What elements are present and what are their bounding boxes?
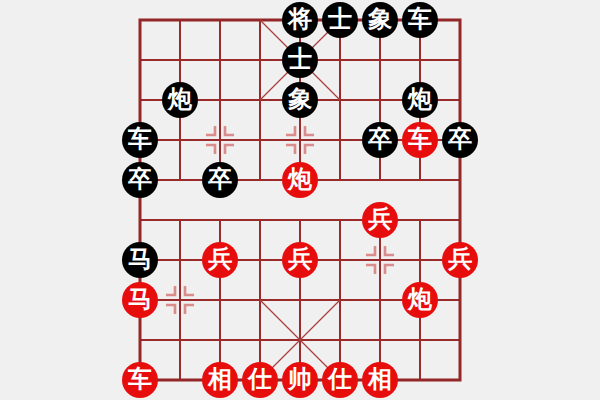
piece-glyph: 仕: [248, 367, 272, 391]
piece-black-soldier[interactable]: 卒: [442, 122, 478, 158]
board-point-r8c8[interactable]: [440, 320, 480, 360]
board-point-r0c4[interactable]: 将: [280, 0, 320, 40]
piece-glyph: 相: [368, 367, 392, 391]
piece-black-elephant[interactable]: 象: [282, 82, 318, 118]
board-point-r3c7[interactable]: 车: [400, 120, 440, 160]
board-point-r2c7[interactable]: 炮: [400, 80, 440, 120]
piece-red-elephant[interactable]: 相: [202, 362, 238, 398]
board-point-r8c7[interactable]: [400, 320, 440, 360]
piece-glyph: 炮: [408, 87, 432, 111]
board-point-r7c5[interactable]: [320, 280, 360, 320]
piece-glyph: 卒: [208, 167, 232, 191]
piece-glyph: 兵: [368, 207, 392, 231]
board-point-r3c5[interactable]: [320, 120, 360, 160]
piece-glyph: 马: [128, 287, 152, 311]
piece-glyph: 车: [408, 7, 432, 31]
board-point-r7c3[interactable]: [240, 280, 280, 320]
piece-black-chariot[interactable]: 车: [122, 122, 158, 158]
board-point-r7c7[interactable]: 炮: [400, 280, 440, 320]
board-point-r1c8[interactable]: [440, 40, 480, 80]
board-point-r6c5[interactable]: [320, 240, 360, 280]
piece-red-soldier[interactable]: 兵: [362, 202, 398, 238]
board-point-r4c5[interactable]: [320, 160, 360, 200]
piece-black-advisor[interactable]: 士: [322, 2, 358, 38]
board-point-r2c5[interactable]: [320, 80, 360, 120]
piece-red-soldier[interactable]: 兵: [442, 242, 478, 278]
piece-red-chariot[interactable]: 车: [122, 362, 158, 398]
board-point-r5c2[interactable]: [200, 200, 240, 240]
piece-black-cannon[interactable]: 炮: [402, 82, 438, 118]
board-point-r9c6[interactable]: 相: [360, 360, 400, 400]
board-point-r1c7[interactable]: [400, 40, 440, 80]
piece-black-soldier[interactable]: 卒: [202, 162, 238, 198]
piece-glyph: 卒: [128, 167, 152, 191]
piece-glyph: 士: [288, 47, 312, 71]
board-point-r2c2[interactable]: [200, 80, 240, 120]
piece-red-chariot[interactable]: 车: [402, 122, 438, 158]
board-point-r2c1[interactable]: 炮: [160, 80, 200, 120]
piece-black-soldier[interactable]: 卒: [122, 162, 158, 198]
board-point-r3c2[interactable]: [200, 120, 240, 160]
piece-black-horse[interactable]: 马: [122, 242, 158, 278]
xiangqi-board: 将士象车士炮象炮车卒车卒卒卒炮兵马兵兵兵马炮车相仕帅仕相: [120, 0, 480, 400]
piece-glyph: 卒: [448, 127, 472, 151]
board-point-r0c7[interactable]: 车: [400, 0, 440, 40]
board-point-r5c7[interactable]: [400, 200, 440, 240]
piece-glyph: 马: [128, 247, 152, 271]
piece-glyph: 仕: [328, 367, 352, 391]
piece-red-horse[interactable]: 马: [122, 282, 158, 318]
board-point-r5c8[interactable]: [440, 200, 480, 240]
board-point-r4c6[interactable]: [360, 160, 400, 200]
board-point-r0c2[interactable]: [200, 0, 240, 40]
board-point-r9c7[interactable]: [400, 360, 440, 400]
board-point-r3c3[interactable]: [240, 120, 280, 160]
board-point-r9c5[interactable]: 仕: [320, 360, 360, 400]
piece-glyph: 炮: [288, 167, 312, 191]
board-point-r3c0[interactable]: 车: [120, 120, 160, 160]
piece-red-cannon[interactable]: 炮: [402, 282, 438, 318]
board-point-r9c1[interactable]: [160, 360, 200, 400]
board-point-r9c2[interactable]: 相: [200, 360, 240, 400]
board-point-r7c1[interactable]: [160, 280, 200, 320]
board-point-r2c3[interactable]: [240, 80, 280, 120]
board-point-r6c3[interactable]: [240, 240, 280, 280]
board-point-r6c1[interactable]: [160, 240, 200, 280]
board-point-r0c1[interactable]: [160, 0, 200, 40]
board-point-r7c2[interactable]: [200, 280, 240, 320]
piece-glyph: 兵: [288, 247, 312, 271]
board-point-r3c4[interactable]: [280, 120, 320, 160]
piece-glyph: 相: [208, 367, 232, 391]
board-point-r2c6[interactable]: [360, 80, 400, 120]
piece-black-cannon[interactable]: 炮: [162, 82, 198, 118]
board-point-r6c6[interactable]: [360, 240, 400, 280]
board-point-r4c7[interactable]: [400, 160, 440, 200]
board-point-r1c4[interactable]: 士: [280, 40, 320, 80]
board-point-r8c6[interactable]: [360, 320, 400, 360]
board-point-r4c3[interactable]: [240, 160, 280, 200]
board-point-r4c0[interactable]: 卒: [120, 160, 160, 200]
piece-red-cannon[interactable]: 炮: [282, 162, 318, 198]
board-point-r0c8[interactable]: [440, 0, 480, 40]
board-point-r3c8[interactable]: 卒: [440, 120, 480, 160]
board-point-r8c3[interactable]: [240, 320, 280, 360]
board-point-r1c6[interactable]: [360, 40, 400, 80]
board-point-r8c2[interactable]: [200, 320, 240, 360]
board-point-r6c7[interactable]: [400, 240, 440, 280]
board-point-r1c0[interactable]: [120, 40, 160, 80]
piece-glyph: 车: [128, 127, 152, 151]
piece-glyph: 将: [288, 7, 312, 31]
board-point-r1c3[interactable]: [240, 40, 280, 80]
board-point-r5c5[interactable]: [320, 200, 360, 240]
board-point-r7c4[interactable]: [280, 280, 320, 320]
board-point-r0c0[interactable]: [120, 0, 160, 40]
piece-glyph: 车: [408, 127, 432, 151]
piece-glyph: 帅: [288, 367, 312, 391]
piece-glyph: 炮: [408, 287, 432, 311]
board-point-r2c4[interactable]: 象: [280, 80, 320, 120]
board-point-r9c0[interactable]: 车: [120, 360, 160, 400]
board-point-r5c3[interactable]: [240, 200, 280, 240]
piece-glyph: 兵: [448, 247, 472, 271]
piece-red-general[interactable]: 帅: [282, 362, 318, 398]
board-point-r1c1[interactable]: [160, 40, 200, 80]
board-point-r1c2[interactable]: [200, 40, 240, 80]
piece-glyph: 车: [128, 367, 152, 391]
board-point-r0c3[interactable]: [240, 0, 280, 40]
board-point-r5c6[interactable]: 兵: [360, 200, 400, 240]
board-point-r7c6[interactable]: [360, 280, 400, 320]
board-point-r8c4[interactable]: [280, 320, 320, 360]
board-point-r1c5[interactable]: [320, 40, 360, 80]
piece-glyph: 兵: [208, 247, 232, 271]
board-point-r3c1[interactable]: [160, 120, 200, 160]
board-point-r6c0[interactable]: 马: [120, 240, 160, 280]
piece-red-advisor[interactable]: 仕: [242, 362, 278, 398]
piece-black-general[interactable]: 将: [282, 2, 318, 38]
piece-red-advisor[interactable]: 仕: [322, 362, 358, 398]
board-point-r6c2[interactable]: 兵: [200, 240, 240, 280]
board-point-r4c1[interactable]: [160, 160, 200, 200]
board-point-r2c0[interactable]: [120, 80, 160, 120]
board-point-r7c8[interactable]: [440, 280, 480, 320]
piece-glyph: 炮: [168, 87, 192, 111]
board-point-r5c0[interactable]: [120, 200, 160, 240]
piece-black-advisor[interactable]: 士: [282, 42, 318, 78]
board-point-r3c6[interactable]: 卒: [360, 120, 400, 160]
piece-red-elephant[interactable]: 相: [362, 362, 398, 398]
piece-black-elephant[interactable]: 象: [362, 2, 398, 38]
piece-black-soldier[interactable]: 卒: [362, 122, 398, 158]
xiangqi-app-canvas: 将士象车士炮象炮车卒车卒卒卒炮兵马兵兵兵马炮车相仕帅仕相: [0, 0, 600, 400]
board-point-r0c6[interactable]: 象: [360, 0, 400, 40]
board-point-r4c4[interactable]: 炮: [280, 160, 320, 200]
board-point-r4c2[interactable]: 卒: [200, 160, 240, 200]
board-point-r8c5[interactable]: [320, 320, 360, 360]
board-point-r9c8[interactable]: [440, 360, 480, 400]
board-point-r5c4[interactable]: [280, 200, 320, 240]
piece-red-soldier[interactable]: 兵: [282, 242, 318, 278]
board-point-r9c3[interactable]: 仕: [240, 360, 280, 400]
piece-glyph: 士: [328, 7, 352, 31]
board-point-r4c8[interactable]: [440, 160, 480, 200]
piece-glyph: 卒: [368, 127, 392, 151]
piece-black-chariot[interactable]: 车: [402, 2, 438, 38]
piece-glyph: 象: [368, 7, 392, 31]
board-point-r5c1[interactable]: [160, 200, 200, 240]
board-point-r6c4[interactable]: 兵: [280, 240, 320, 280]
board-point-r8c1[interactable]: [160, 320, 200, 360]
board-point-r0c5[interactable]: 士: [320, 0, 360, 40]
piece-red-soldier[interactable]: 兵: [202, 242, 238, 278]
board-point-r2c8[interactable]: [440, 80, 480, 120]
board-point-r7c0[interactable]: 马: [120, 280, 160, 320]
board-point-r8c0[interactable]: [120, 320, 160, 360]
board-point-r9c4[interactable]: 帅: [280, 360, 320, 400]
board-point-r6c8[interactable]: 兵: [440, 240, 480, 280]
piece-glyph: 象: [288, 87, 312, 111]
